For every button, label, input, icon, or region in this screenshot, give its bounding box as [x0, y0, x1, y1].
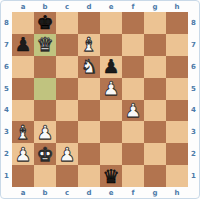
square-d6[interactable]: ♞	[78, 56, 100, 78]
file-label-h: h	[166, 187, 188, 198]
square-h4[interactable]	[166, 100, 188, 122]
square-f5[interactable]	[122, 78, 144, 100]
square-e7[interactable]	[100, 34, 122, 56]
rank-label-1: 1	[1, 165, 12, 187]
file-label-b: b	[34, 187, 56, 198]
white-pawn[interactable]: ♟	[14, 145, 31, 164]
white-queen[interactable]: ♛	[36, 35, 53, 54]
black-pawn[interactable]: ♟	[14, 35, 31, 54]
rank-label-8: 8	[1, 12, 12, 34]
rank-label-6: 6	[1, 56, 12, 78]
file-label-f: f	[122, 1, 144, 12]
square-d3[interactable]	[78, 121, 100, 143]
square-b1[interactable]	[34, 165, 56, 187]
square-g1[interactable]	[144, 165, 166, 187]
square-d7[interactable]: ♝	[78, 34, 100, 56]
square-c6[interactable]	[56, 56, 78, 78]
square-c4[interactable]	[56, 100, 78, 122]
rank-label-3: 3	[188, 121, 199, 143]
square-c8[interactable]	[56, 12, 78, 34]
square-a2[interactable]: ♟	[12, 143, 34, 165]
square-a4[interactable]	[12, 100, 34, 122]
white-bishop[interactable]: ♝	[14, 123, 31, 142]
square-h8[interactable]	[166, 12, 188, 34]
square-h6[interactable]	[166, 56, 188, 78]
square-b4[interactable]	[34, 100, 56, 122]
square-a8[interactable]	[12, 12, 34, 34]
rank-labels-right: 87654321	[188, 12, 199, 187]
rank-label-4: 4	[1, 100, 12, 122]
square-f4[interactable]: ♟	[122, 100, 144, 122]
black-pawn[interactable]: ♟	[102, 57, 119, 76]
file-label-d: d	[78, 187, 100, 198]
rank-label-8: 8	[188, 12, 199, 34]
square-g7[interactable]	[144, 34, 166, 56]
square-a6[interactable]	[12, 56, 34, 78]
chess-board-panel: abcdefgh 87654321 ♚♟♛♝♞♟♟♟♝♟♟♚♟♛ 8765432…	[0, 0, 200, 199]
white-pawn[interactable]: ♟	[124, 101, 141, 120]
file-label-c: c	[56, 1, 78, 12]
square-f2[interactable]	[122, 143, 144, 165]
square-e1[interactable]: ♛	[100, 165, 122, 187]
file-label-e: e	[100, 1, 122, 12]
rank-label-6: 6	[188, 56, 199, 78]
file-label-c: c	[56, 187, 78, 198]
square-g2[interactable]	[144, 143, 166, 165]
square-b8[interactable]: ♚	[34, 12, 56, 34]
file-label-g: g	[144, 187, 166, 198]
chess-board: ♚♟♛♝♞♟♟♟♝♟♟♚♟♛	[12, 12, 188, 187]
square-a7[interactable]: ♟	[12, 34, 34, 56]
file-label-h: h	[166, 1, 188, 12]
square-b7[interactable]: ♛	[34, 34, 56, 56]
white-king[interactable]: ♚	[36, 145, 53, 164]
rank-labels-left: 87654321	[1, 12, 12, 187]
rank-label-2: 2	[188, 143, 199, 165]
square-c1[interactable]	[56, 165, 78, 187]
square-e2[interactable]	[100, 143, 122, 165]
file-label-a: a	[12, 1, 34, 12]
black-king[interactable]: ♚	[36, 13, 53, 32]
square-f6[interactable]	[122, 56, 144, 78]
square-b5[interactable]	[34, 78, 56, 100]
square-f8[interactable]	[122, 12, 144, 34]
rank-label-2: 2	[1, 143, 12, 165]
square-d5[interactable]	[78, 78, 100, 100]
square-h2[interactable]	[166, 143, 188, 165]
square-d8[interactable]	[78, 12, 100, 34]
square-g8[interactable]	[144, 12, 166, 34]
file-label-a: a	[12, 187, 34, 198]
square-b2[interactable]: ♚	[34, 143, 56, 165]
square-g3[interactable]	[144, 121, 166, 143]
square-h3[interactable]	[166, 121, 188, 143]
square-e6[interactable]: ♟	[100, 56, 122, 78]
file-label-g: g	[144, 1, 166, 12]
square-g4[interactable]	[144, 100, 166, 122]
white-pawn[interactable]: ♟	[36, 123, 53, 142]
square-c2[interactable]: ♟	[56, 143, 78, 165]
file-label-e: e	[100, 187, 122, 198]
square-a3[interactable]: ♝	[12, 121, 34, 143]
square-d2[interactable]	[78, 143, 100, 165]
file-labels-bottom: abcdefgh	[12, 187, 188, 198]
rank-label-1: 1	[188, 165, 199, 187]
square-e8[interactable]	[100, 12, 122, 34]
square-d4[interactable]	[78, 100, 100, 122]
square-b3[interactable]: ♟	[34, 121, 56, 143]
square-h7[interactable]	[166, 34, 188, 56]
black-queen[interactable]: ♛	[102, 167, 119, 186]
square-e3[interactable]	[100, 121, 122, 143]
file-label-b: b	[34, 1, 56, 12]
white-bishop[interactable]: ♝	[80, 35, 97, 54]
square-f7[interactable]	[122, 34, 144, 56]
square-f1[interactable]	[122, 165, 144, 187]
square-a1[interactable]	[12, 165, 34, 187]
square-e4[interactable]	[100, 100, 122, 122]
file-label-d: d	[78, 1, 100, 12]
square-g5[interactable]	[144, 78, 166, 100]
file-labels-top: abcdefgh	[12, 1, 188, 12]
rank-label-7: 7	[188, 34, 199, 56]
square-h1[interactable]	[166, 165, 188, 187]
rank-label-5: 5	[1, 78, 12, 100]
square-a5[interactable]	[12, 78, 34, 100]
file-label-f: f	[122, 187, 144, 198]
rank-label-5: 5	[188, 78, 199, 100]
square-g6[interactable]	[144, 56, 166, 78]
square-e5[interactable]: ♟	[100, 78, 122, 100]
white-pawn[interactable]: ♟	[58, 145, 75, 164]
square-c7[interactable]	[56, 34, 78, 56]
square-f3[interactable]	[122, 121, 144, 143]
square-b6[interactable]	[34, 56, 56, 78]
rank-label-4: 4	[188, 100, 199, 122]
white-knight[interactable]: ♞	[80, 57, 97, 76]
white-pawn[interactable]: ♟	[102, 79, 119, 98]
rank-label-7: 7	[1, 34, 12, 56]
square-h5[interactable]	[166, 78, 188, 100]
square-c3[interactable]	[56, 121, 78, 143]
square-d1[interactable]	[78, 165, 100, 187]
square-c5[interactable]	[56, 78, 78, 100]
rank-label-3: 3	[1, 121, 12, 143]
